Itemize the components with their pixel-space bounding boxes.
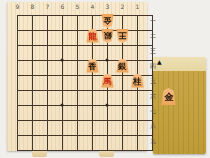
board-leg <box>99 151 114 157</box>
piece-glyph: 龍 <box>88 31 96 40</box>
piece-glyph: 桂 <box>133 76 141 85</box>
rank-label-6: 六 <box>148 88 158 103</box>
file-label-3: 3 <box>100 3 115 11</box>
komadai-tray: 金 <box>153 71 206 154</box>
file-label-9: 9 <box>10 3 25 11</box>
hoshi-point <box>106 59 109 62</box>
board-leg <box>32 151 47 157</box>
rank-label-8: 八 <box>148 118 158 133</box>
piece-glyph: 王 <box>118 31 126 40</box>
rank-label-7: 七 <box>148 103 158 118</box>
rank-label-5: 五 <box>148 73 158 88</box>
hoshi-point <box>61 104 64 107</box>
shogi-board <box>7 2 147 151</box>
piece-glyph: 銀 <box>118 61 126 70</box>
file-label-5: 5 <box>70 3 85 11</box>
komadai-sente: ▲ 金 <box>153 57 206 154</box>
file-label-8: 8 <box>25 3 40 11</box>
piece-glyph: 香 <box>88 61 96 70</box>
rank-label-2: 二 <box>148 28 158 43</box>
komadai-header: ▲ <box>153 57 206 71</box>
hoshi-point <box>61 59 64 62</box>
file-label-4: 4 <box>85 3 100 11</box>
piece-glyph: 金 <box>103 16 111 25</box>
hand-piece-金[interactable]: 金 <box>161 88 176 105</box>
file-label-6: 6 <box>55 3 70 11</box>
file-label-1: 1 <box>130 3 145 11</box>
piece-glyph: 馬 <box>103 76 111 85</box>
file-label-2: 2 <box>115 3 130 11</box>
file-label-7: 7 <box>40 3 55 11</box>
rank-label-4: 四 <box>148 58 158 73</box>
rank-label-9: 九 <box>148 133 158 148</box>
piece-glyph: 金 <box>164 92 173 101</box>
rank-label-3: 三 <box>148 43 158 58</box>
rank-label-1: 一 <box>148 13 158 28</box>
hoshi-point <box>106 104 109 107</box>
piece-glyph: 銀 <box>103 31 111 40</box>
